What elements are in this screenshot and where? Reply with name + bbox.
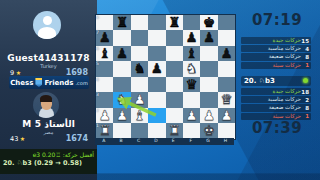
stat-row-top-3: حركات سيئة1 (241, 62, 311, 69)
white-pawn-b2: ♟ (113, 108, 130, 124)
logo-text-friends: Friends (44, 79, 73, 87)
logo-text-chess: Chess (10, 79, 33, 87)
square-b4[interactable] (113, 77, 130, 93)
square-d6[interactable] (148, 46, 165, 62)
square-f7[interactable]: ♟ (183, 30, 200, 46)
square-h4[interactable] (218, 77, 235, 93)
file-label-b: B (112, 138, 129, 145)
stat-value: 8 (301, 54, 309, 60)
player-card-top: Guest41431178 Turkey 9 ★ 1698 (0, 0, 97, 76)
square-b7[interactable] (113, 30, 130, 46)
black-pawn-b6: ♟ (113, 46, 130, 62)
black-pawn-h6: ♟ (218, 46, 235, 62)
square-d8[interactable] (148, 15, 165, 31)
avatar-bottom-player[interactable] (33, 92, 59, 118)
square-f5[interactable]: ♞ (183, 61, 200, 77)
square-c4[interactable] (131, 77, 148, 93)
logo-text-com: .com (76, 80, 88, 86)
star-icon: ★ (16, 69, 21, 76)
white-pawn-h2: ♟ (218, 108, 235, 124)
stat-label: حركات ضعيفة (243, 104, 301, 111)
square-h8[interactable] (218, 15, 235, 31)
square-f4[interactable]: ♛ (183, 77, 200, 93)
chess-board: ♜♜♚♟♟♟♝♟♝♟♞♟♞♛♞♟♛♟♟♝♟♟♟♜♜♚ 87654321 ABCD… (95, 14, 234, 146)
square-h5[interactable] (218, 61, 235, 77)
square-g3[interactable] (200, 92, 217, 108)
square-f2[interactable]: ♟ (183, 108, 200, 124)
square-c5[interactable]: ♞ (131, 61, 148, 77)
black-rook-e8: ♜ (166, 15, 183, 31)
shield-icon (35, 78, 42, 87)
avatar-top-player[interactable] (33, 11, 61, 39)
square-c2[interactable]: ♝ (131, 108, 148, 124)
black-rook-b8: ♜ (113, 15, 130, 31)
rank-label-3: 3 (96, 92, 99, 97)
file-label-f: F (182, 138, 199, 145)
square-d1[interactable] (148, 123, 165, 139)
stat-label: حركات جيدة (243, 37, 301, 44)
engine-best-move-line: أفضل حركة: ♖e3 0.20 (3, 151, 94, 159)
rank-label-1: 1 (96, 123, 99, 128)
stat-value: 15 (301, 38, 309, 44)
stat-value: 8 (301, 105, 309, 111)
square-g2[interactable]: ♟ (200, 108, 217, 124)
white-bishop-c2: ♝ (131, 108, 148, 124)
square-b8[interactable]: ♜ (113, 15, 130, 31)
trophy-count-bottom: 43 (10, 135, 18, 143)
stat-label: حركات مناسبة (243, 96, 301, 103)
stat-label: حركات جيدة (243, 88, 301, 95)
square-g7[interactable]: ♟ (200, 30, 217, 46)
engine-played-move-line: 20. ♘b3 (0.29 → 0.58) (3, 159, 94, 168)
square-h3[interactable]: ♛ (218, 92, 235, 108)
square-c7[interactable] (131, 30, 148, 46)
stat-row-top-0: حركات جيدة15 (241, 37, 311, 44)
file-label-d: D (147, 138, 164, 145)
square-h2[interactable]: ♟ (218, 108, 235, 124)
file-label-g: G (199, 138, 216, 145)
clock-top-player: 07:19 (242, 11, 312, 29)
game-info-panel: 07:19 حركات جيدة15حركات مناسبة4حركات ضعي… (234, 0, 320, 180)
square-d4[interactable] (148, 77, 165, 93)
file-label-h: H (217, 138, 234, 145)
move-quality-dot-icon (303, 78, 308, 83)
player-name-top: Guest41431178 (0, 53, 97, 63)
stat-value: 2 (301, 97, 309, 103)
square-f6[interactable]: ♝ (183, 46, 200, 62)
square-e2[interactable] (166, 108, 183, 124)
rank-label-8: 8 (96, 15, 99, 20)
stat-value: 18 (301, 89, 309, 95)
rank-label-2: 2 (96, 108, 99, 113)
square-f8[interactable] (183, 15, 200, 31)
rank-label-7: 7 (96, 30, 99, 35)
stat-label: حركات ضعيفة (243, 53, 301, 60)
black-pawn-d5: ♟ (148, 61, 165, 77)
square-e5[interactable] (166, 61, 183, 77)
square-e8[interactable]: ♜ (166, 15, 183, 31)
square-c8[interactable] (131, 15, 148, 31)
stat-row-bottom-1: حركات مناسبة2 (241, 96, 311, 103)
stat-value: 1 (301, 62, 309, 68)
player-name-bottom: الأستاذ M 5 (0, 119, 97, 129)
square-e3[interactable] (166, 92, 183, 108)
square-g4[interactable] (200, 77, 217, 93)
white-pawn-g2: ♟ (200, 108, 217, 124)
square-b3[interactable]: ♞ (113, 92, 130, 108)
file-coordinates: ABCDEFGH (95, 138, 234, 145)
square-c3[interactable]: ♟ (131, 92, 148, 108)
chessfriends-logo[interactable]: Chess Friends .com (9, 76, 89, 89)
board-grid: ♜♜♚♟♟♟♝♟♝♟♞♟♞♛♞♟♛♟♟♝♟♟♟♜♜♚ (95, 14, 236, 140)
stat-row-top-1: حركات مناسبة4 (241, 45, 311, 52)
black-bishop-f6: ♝ (183, 46, 200, 62)
players-sidebar: Guest41431178 Turkey 9 ★ 1698 Chess Frie… (0, 0, 97, 180)
square-f3[interactable] (183, 92, 200, 108)
square-h1[interactable] (218, 123, 235, 139)
rank-label-5: 5 (96, 61, 99, 66)
white-pawn-c3: ♟ (131, 92, 148, 108)
white-pawn-f2: ♟ (183, 108, 200, 124)
black-king-g8: ♚ (200, 15, 217, 31)
square-g5[interactable] (200, 61, 217, 77)
square-e4[interactable] (166, 77, 183, 93)
square-c1[interactable] (131, 123, 148, 139)
stat-row-bottom-0: حركات جيدة18 (241, 88, 311, 95)
square-e6[interactable] (166, 46, 183, 62)
rank-label-6: 6 (96, 46, 99, 51)
square-b2[interactable]: ♟ (113, 108, 130, 124)
white-knight-f5: ♞ (183, 61, 200, 77)
white-knight-b3: ♞ (113, 92, 130, 108)
rating-bottom: 1674 (66, 134, 88, 143)
square-e1[interactable]: ♜ (166, 123, 183, 139)
player-card-bottom: الأستاذ M 5 مصر 43 ★ 1674 (0, 92, 97, 148)
black-pawn-g7: ♟ (200, 30, 217, 46)
square-d5[interactable]: ♟ (148, 61, 165, 77)
square-c6[interactable] (131, 46, 148, 62)
rank-label-4: 4 (96, 77, 99, 82)
move-stats-bottom: حركات جيدة18حركات مناسبة2حركات ضعيفة8حرك… (241, 88, 311, 120)
square-d3[interactable] (148, 92, 165, 108)
file-label-a: A (95, 138, 112, 145)
stat-value: 4 (301, 46, 309, 52)
black-pawn-f7: ♟ (183, 30, 200, 46)
square-f1[interactable] (183, 123, 200, 139)
app-window: Guest41431178 Turkey 9 ★ 1698 Chess Frie… (0, 0, 320, 180)
stat-label: حركات مناسبة (243, 45, 301, 52)
square-g8[interactable]: ♚ (200, 15, 217, 31)
stat-row-bottom-2: حركات ضعيفة8 (241, 104, 311, 111)
clock-bottom-player: 07:39 (242, 119, 312, 137)
square-d2[interactable] (148, 108, 165, 124)
black-queen-f4: ♛ (183, 77, 200, 93)
file-label-c: C (130, 138, 147, 145)
square-b5[interactable] (113, 61, 130, 77)
square-g6[interactable] (200, 46, 217, 62)
last-move-text: 20. ♘b3 (244, 77, 275, 85)
black-knight-c5: ♞ (131, 61, 148, 77)
square-e7[interactable] (166, 30, 183, 46)
stat-row-top-2: حركات ضعيفة8 (241, 53, 311, 60)
white-rook-e1: ♜ (166, 123, 183, 139)
last-move-badge: 20. ♘b3 (241, 76, 311, 86)
square-h7[interactable] (218, 30, 235, 46)
engine-analysis-bar: أفضل حركة: ♖e3 0.20 20. ♘b3 (0.29 → 0.58… (0, 149, 97, 174)
move-stats-top: حركات جيدة15حركات مناسبة4حركات ضعيفة8حرك… (241, 37, 311, 69)
white-king-g1: ♚ (200, 123, 217, 139)
file-label-e: E (165, 138, 182, 145)
square-h6[interactable]: ♟ (218, 46, 235, 62)
square-d7[interactable] (148, 30, 165, 46)
star-icon: ★ (20, 135, 25, 142)
stat-label: حركات سيئة (243, 62, 301, 69)
white-queen-h3: ♛ (218, 92, 235, 108)
square-g1[interactable]: ♚ (200, 123, 217, 139)
square-b1[interactable] (113, 123, 130, 139)
square-b6[interactable]: ♟ (113, 46, 130, 62)
